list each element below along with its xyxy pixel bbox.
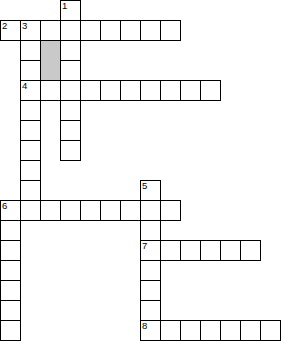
cell-r12c8[interactable] [160, 240, 181, 261]
cell-r12c9[interactable] [180, 240, 201, 261]
cell-r16c11[interactable] [220, 320, 241, 341]
cell-r9c7[interactable]: 5 [140, 180, 161, 201]
clue-number-4: 4 [22, 81, 27, 91]
cell-r15c7[interactable] [140, 300, 161, 321]
cell-r16c8[interactable] [160, 320, 181, 341]
cell-r12c7[interactable]: 7 [140, 240, 161, 261]
cell-r10c3[interactable] [60, 200, 81, 221]
cell-r1c6[interactable] [120, 20, 141, 41]
cell-r16c13[interactable] [260, 320, 281, 341]
cell-r9c1[interactable] [20, 180, 41, 201]
cell-r4c5[interactable] [100, 80, 121, 101]
cell-r0c3[interactable]: 1 [60, 0, 81, 21]
cell-r14c0[interactable] [0, 280, 21, 301]
cell-r10c6[interactable] [120, 200, 141, 221]
cell-r12c11[interactable] [220, 240, 241, 261]
cell-r10c4[interactable] [80, 200, 101, 221]
cell-r10c5[interactable] [100, 200, 121, 221]
cell-r12c10[interactable] [200, 240, 221, 261]
cell-r4c8[interactable] [160, 80, 181, 101]
cell-r1c7[interactable] [140, 20, 161, 41]
clue-number-3: 3 [22, 21, 27, 31]
cell-r16c10[interactable] [200, 320, 221, 341]
cell-r8c1[interactable] [20, 160, 41, 181]
cell-r7c3[interactable] [60, 140, 81, 161]
cell-r2c1[interactable] [20, 40, 41, 61]
cell-r6c1[interactable] [20, 120, 41, 141]
cell-r12c12[interactable] [240, 240, 261, 261]
cell-r4c6[interactable] [120, 80, 141, 101]
cell-r13c7[interactable] [140, 260, 161, 281]
cell-r5c1[interactable] [20, 100, 41, 121]
cell-r11c7[interactable] [140, 220, 161, 241]
cell-r1c3[interactable] [60, 20, 81, 41]
cell-r3c3[interactable] [60, 60, 81, 81]
clue-number-5: 5 [142, 181, 147, 191]
cell-r11c0[interactable] [0, 220, 21, 241]
cell-r16c0[interactable] [0, 320, 21, 341]
cell-r7c1[interactable] [20, 140, 41, 161]
cell-r1c8[interactable] [160, 20, 181, 41]
cell-r10c2[interactable] [40, 200, 61, 221]
cell-r5c3[interactable] [60, 100, 81, 121]
cell-r15c0[interactable] [0, 300, 21, 321]
cell-r1c4[interactable] [80, 20, 101, 41]
cell-r2c3[interactable] [60, 40, 81, 61]
cell-r4c10[interactable] [200, 80, 221, 101]
clue-number-2: 2 [2, 21, 7, 31]
cell-r12c0[interactable] [0, 240, 21, 261]
clue-number-6: 6 [2, 201, 7, 211]
shaded-block[interactable] [40, 40, 61, 81]
cell-r16c9[interactable] [180, 320, 201, 341]
cell-r4c2[interactable] [40, 80, 61, 101]
crossword-board: 12345678 [0, 0, 281, 341]
cell-r14c7[interactable] [140, 280, 161, 301]
cell-r16c12[interactable] [240, 320, 261, 341]
cell-r1c0[interactable]: 2 [0, 20, 21, 41]
cell-r13c0[interactable] [0, 260, 21, 281]
cell-r3c1[interactable] [20, 60, 41, 81]
cell-r1c2[interactable] [40, 20, 61, 41]
clue-number-1: 1 [62, 1, 67, 11]
clue-number-7: 7 [142, 241, 147, 251]
cell-r4c3[interactable] [60, 80, 81, 101]
cell-r10c0[interactable]: 6 [0, 200, 21, 221]
cell-r4c9[interactable] [180, 80, 201, 101]
cell-r6c3[interactable] [60, 120, 81, 141]
cell-r4c7[interactable] [140, 80, 161, 101]
cell-r10c8[interactable] [160, 200, 181, 221]
cell-r10c7[interactable] [140, 200, 161, 221]
cell-r1c1[interactable]: 3 [20, 20, 41, 41]
cell-r16c7[interactable]: 8 [140, 320, 161, 341]
cell-r1c5[interactable] [100, 20, 121, 41]
cell-r4c4[interactable] [80, 80, 101, 101]
clue-number-8: 8 [142, 321, 147, 331]
cell-r4c1[interactable]: 4 [20, 80, 41, 101]
cell-r10c1[interactable] [20, 200, 41, 221]
